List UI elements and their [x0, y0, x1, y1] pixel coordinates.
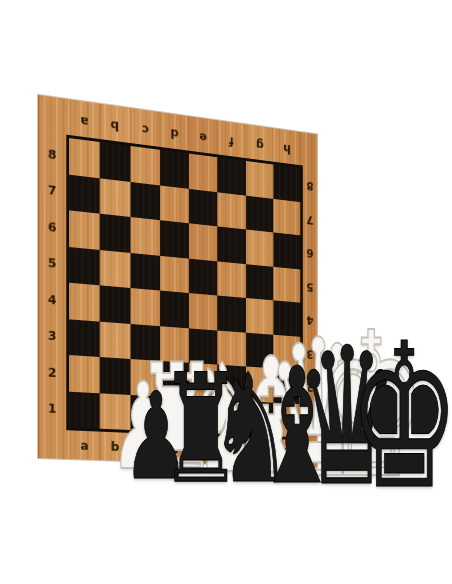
square-e6 [189, 223, 218, 261]
square-a6 [69, 210, 100, 249]
square-d5 [160, 255, 189, 293]
square-d8 [160, 150, 189, 189]
square-a4 [69, 283, 100, 321]
rank-label-right-6: 6 [303, 236, 317, 271]
rank-label-left-7: 7 [38, 171, 66, 211]
square-g8 [246, 161, 274, 199]
square-a2 [69, 355, 100, 393]
rank-label-left-2: 2 [38, 353, 66, 391]
file-label-top-c: c [130, 116, 160, 145]
square-b7 [100, 178, 130, 217]
file-label-top-e: e [189, 124, 218, 153]
square-b8 [100, 142, 130, 181]
square-c6 [130, 217, 160, 255]
file-label-top-d: d [160, 120, 189, 149]
square-c8 [130, 146, 160, 185]
square-f5 [217, 261, 245, 298]
rank-label-left-8: 8 [38, 134, 66, 174]
square-c5 [130, 252, 160, 290]
file-label-top-a: a [69, 107, 100, 137]
square-c4 [130, 288, 160, 326]
square-b3 [100, 321, 130, 359]
square-c7 [130, 181, 160, 220]
square-d7 [160, 185, 189, 223]
square-a5 [69, 247, 100, 286]
rank-label-left-3: 3 [38, 317, 66, 355]
piece-black-king: ♚ [348, 317, 452, 517]
file-label-top-h: h [273, 136, 300, 164]
square-h5 [273, 266, 300, 302]
square-e8 [189, 154, 218, 192]
file-label-bottom-a: a [69, 432, 100, 457]
file-label-top-b: b [100, 112, 130, 141]
rank-label-left-1: 1 [38, 390, 66, 428]
file-label-top-f: f [217, 128, 245, 156]
square-g5 [246, 264, 274, 301]
square-b6 [100, 214, 130, 253]
square-a8 [69, 138, 100, 178]
square-h6 [273, 232, 300, 269]
file-label-top-g: g [246, 132, 274, 160]
square-b4 [100, 285, 130, 323]
square-f8 [217, 157, 245, 195]
product-photo-chess-set: abcdefgh 87654321 87654321 abcdefgh ♟♜♞♝… [0, 0, 452, 584]
square-g7 [246, 195, 274, 232]
square-g6 [246, 229, 274, 266]
square-b5 [100, 250, 130, 288]
square-a3 [69, 319, 100, 357]
square-f7 [217, 192, 245, 230]
rank-labels-left: 87654321 [38, 134, 66, 427]
rank-label-left-5: 5 [38, 244, 66, 283]
square-a7 [69, 174, 100, 213]
square-d4 [160, 291, 189, 328]
square-h7 [273, 198, 300, 235]
rank-label-right-7: 7 [303, 202, 317, 237]
square-e7 [189, 188, 218, 226]
square-e5 [189, 258, 218, 295]
rank-label-right-8: 8 [303, 168, 317, 203]
rank-label-left-4: 4 [38, 280, 66, 319]
square-f6 [217, 226, 245, 263]
rank-label-left-6: 6 [38, 207, 66, 246]
square-h8 [273, 164, 300, 201]
square-d6 [160, 220, 189, 258]
square-a1 [69, 391, 100, 428]
square-e4 [189, 293, 218, 330]
